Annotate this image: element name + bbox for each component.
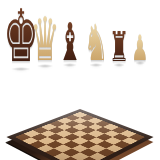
- chess-set-photo: ♚♛♝♞♜♟: [0, 0, 160, 160]
- chess-piece-light-pawn: ♟: [131, 31, 148, 66]
- chess-piece-dark-rook: ♜: [109, 27, 129, 68]
- chess-piece-light-knight: ♞: [84, 18, 109, 68]
- pieces-row: ♚♛♝♞♜♟: [0, 0, 160, 160]
- chess-piece-light-queen: ♛: [30, 9, 60, 69]
- chess-piece-dark-bishop: ♝: [57, 16, 83, 68]
